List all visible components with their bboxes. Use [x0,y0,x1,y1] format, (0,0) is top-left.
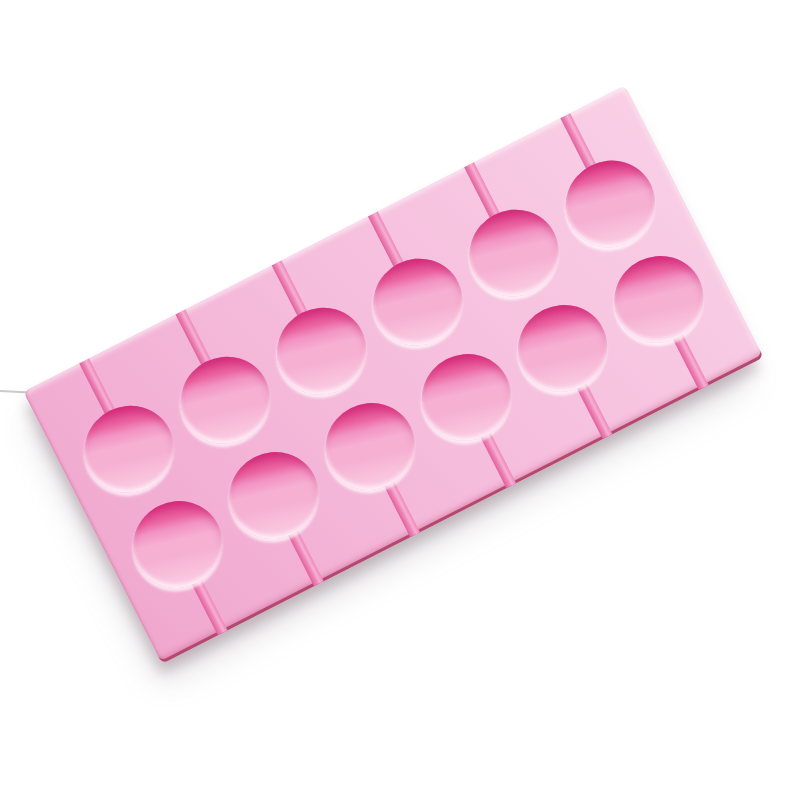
lollipop-cavity [165,341,284,458]
stick-channel [672,333,708,390]
lollipop-cavity [550,145,669,262]
lollipop-cavity [406,338,525,455]
stick-channel [367,211,403,268]
lollipop-cavity [598,240,717,357]
lollipop-cavity [357,243,476,360]
stick-channel [271,260,307,317]
lollipop-cavity [213,436,332,553]
stick-channel [559,113,595,170]
stick-channel [190,578,226,635]
lollipop-cavity [453,194,572,311]
lollipop-cavity [117,486,236,603]
photo-background [0,0,800,800]
stick-channel [175,309,211,366]
lollipop-cavity [69,390,188,507]
mold-tray [23,85,763,663]
lollipop-cavity [261,292,380,409]
stick-channel [287,529,323,586]
stick-channel [383,480,419,537]
stick-channel [463,162,499,219]
stick-channel [575,382,611,439]
stick-channel [479,431,515,488]
lollipop-cavity [310,387,429,504]
lollipop-cavity [502,289,621,406]
stick-channel [78,358,114,415]
